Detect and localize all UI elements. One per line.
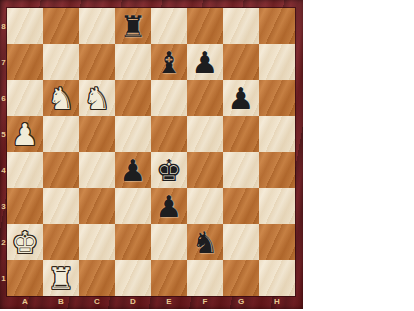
- rank-label-7: 7: [0, 44, 7, 80]
- square-f6[interactable]: [187, 80, 223, 116]
- white-knight-c6[interactable]: ♞: [79, 80, 115, 116]
- square-d7[interactable]: [115, 44, 151, 80]
- square-g6[interactable]: ♟: [223, 80, 259, 116]
- square-h5[interactable]: [259, 116, 295, 152]
- square-c2[interactable]: [79, 224, 115, 260]
- square-b7[interactable]: [43, 44, 79, 80]
- black-knight-f2[interactable]: ♞: [187, 224, 223, 260]
- square-h8[interactable]: [259, 8, 295, 44]
- square-g1[interactable]: [223, 260, 259, 296]
- square-a2[interactable]: ♚: [7, 224, 43, 260]
- square-f4[interactable]: [187, 152, 223, 188]
- chess-board[interactable]: ♜♝♟♞♞♟♟♟♚♟♚♞♜: [7, 8, 295, 296]
- square-c8[interactable]: [79, 8, 115, 44]
- white-king-a2[interactable]: ♚: [7, 224, 43, 260]
- square-a3[interactable]: [7, 188, 43, 224]
- square-a6[interactable]: [7, 80, 43, 116]
- square-a1[interactable]: [7, 260, 43, 296]
- black-king-e4[interactable]: ♚: [151, 152, 187, 188]
- square-a5[interactable]: ♟: [7, 116, 43, 152]
- square-f8[interactable]: [187, 8, 223, 44]
- square-b8[interactable]: [43, 8, 79, 44]
- square-d6[interactable]: [115, 80, 151, 116]
- square-f7[interactable]: ♟: [187, 44, 223, 80]
- square-e2[interactable]: [151, 224, 187, 260]
- black-pawn-d4[interactable]: ♟: [115, 152, 151, 188]
- square-d5[interactable]: [115, 116, 151, 152]
- rank-label-4: 4: [0, 152, 7, 188]
- square-b5[interactable]: [43, 116, 79, 152]
- square-f1[interactable]: [187, 260, 223, 296]
- square-f3[interactable]: [187, 188, 223, 224]
- file-label-b: B: [43, 296, 79, 309]
- file-label-g: G: [223, 296, 259, 309]
- square-d1[interactable]: [115, 260, 151, 296]
- square-c4[interactable]: [79, 152, 115, 188]
- white-rook-b1[interactable]: ♜: [43, 260, 79, 296]
- square-d8[interactable]: ♜: [115, 8, 151, 44]
- square-c5[interactable]: [79, 116, 115, 152]
- square-e5[interactable]: [151, 116, 187, 152]
- square-g8[interactable]: [223, 8, 259, 44]
- square-d4[interactable]: ♟: [115, 152, 151, 188]
- square-h2[interactable]: [259, 224, 295, 260]
- square-d3[interactable]: [115, 188, 151, 224]
- square-g2[interactable]: [223, 224, 259, 260]
- file-label-e: E: [151, 296, 187, 309]
- square-h7[interactable]: [259, 44, 295, 80]
- square-e6[interactable]: [151, 80, 187, 116]
- square-c6[interactable]: ♞: [79, 80, 115, 116]
- square-h4[interactable]: [259, 152, 295, 188]
- square-f2[interactable]: ♞: [187, 224, 223, 260]
- rank-label-3: 3: [0, 188, 7, 224]
- rank-label-5: 5: [0, 116, 7, 152]
- square-a4[interactable]: [7, 152, 43, 188]
- black-pawn-g6[interactable]: ♟: [223, 80, 259, 116]
- black-pawn-f7[interactable]: ♟: [187, 44, 223, 80]
- square-a7[interactable]: [7, 44, 43, 80]
- white-knight-b6[interactable]: ♞: [43, 80, 79, 116]
- square-e4[interactable]: ♚: [151, 152, 187, 188]
- file-label-h: H: [259, 296, 295, 309]
- file-labels: ABCDEFGH: [7, 296, 295, 309]
- black-bishop-e7[interactable]: ♝: [151, 44, 187, 80]
- square-b4[interactable]: [43, 152, 79, 188]
- square-c3[interactable]: [79, 188, 115, 224]
- square-e1[interactable]: [151, 260, 187, 296]
- square-c1[interactable]: [79, 260, 115, 296]
- square-g3[interactable]: [223, 188, 259, 224]
- square-h3[interactable]: [259, 188, 295, 224]
- square-h1[interactable]: [259, 260, 295, 296]
- chess-board-frame: 87654321 ♜♝♟♞♞♟♟♟♚♟♚♞♜ ABCDEFGH: [0, 0, 303, 309]
- square-e3[interactable]: ♟: [151, 188, 187, 224]
- file-label-a: A: [7, 296, 43, 309]
- file-label-c: C: [79, 296, 115, 309]
- square-d2[interactable]: [115, 224, 151, 260]
- black-rook-d8[interactable]: ♜: [115, 8, 151, 44]
- rank-labels: 87654321: [0, 8, 7, 296]
- white-pawn-a5[interactable]: ♟: [7, 116, 43, 152]
- rank-label-8: 8: [0, 8, 7, 44]
- square-f5[interactable]: [187, 116, 223, 152]
- rank-label-2: 2: [0, 224, 7, 260]
- square-e8[interactable]: [151, 8, 187, 44]
- square-g5[interactable]: [223, 116, 259, 152]
- square-b6[interactable]: ♞: [43, 80, 79, 116]
- file-label-f: F: [187, 296, 223, 309]
- square-g4[interactable]: [223, 152, 259, 188]
- rank-label-6: 6: [0, 80, 7, 116]
- file-label-d: D: [115, 296, 151, 309]
- black-pawn-e3[interactable]: ♟: [151, 188, 187, 224]
- square-e7[interactable]: ♝: [151, 44, 187, 80]
- square-c7[interactable]: [79, 44, 115, 80]
- square-b3[interactable]: [43, 188, 79, 224]
- square-g7[interactable]: [223, 44, 259, 80]
- square-b1[interactable]: ♜: [43, 260, 79, 296]
- rank-label-1: 1: [0, 260, 7, 296]
- square-a8[interactable]: [7, 8, 43, 44]
- square-h6[interactable]: [259, 80, 295, 116]
- square-b2[interactable]: [43, 224, 79, 260]
